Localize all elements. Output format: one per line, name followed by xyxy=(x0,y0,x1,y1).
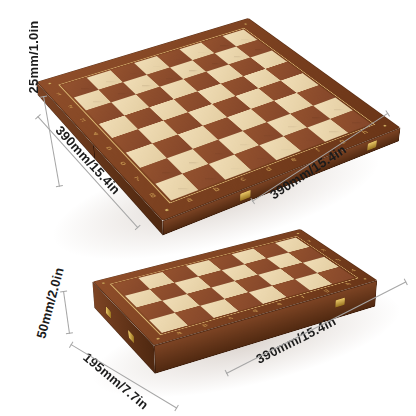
closed-rank-label-4: 4 xyxy=(346,267,361,274)
rank-label-1: 1 xyxy=(51,90,66,98)
product-photo-canvas: ♜♞♝♛♚♝♞♜♟♟♟♟♟♟♟♟♟♟♟♟♟♟♟♟♜♞♝♛♚♝♞♜12345678… xyxy=(0,0,416,416)
rank-label-4: 4 xyxy=(88,130,104,139)
dimension-label-closed-height: 50mm/2.0in xyxy=(33,266,66,340)
brass-stud-icon xyxy=(296,233,300,235)
piece-black-bishop: ♝ xyxy=(217,139,245,170)
piece-black-rook: ♜ xyxy=(165,161,190,189)
rank-label-3: 3 xyxy=(75,116,91,124)
piece-white-pawn: ♟ xyxy=(133,66,151,86)
piece-black-queen: ♛ xyxy=(241,125,272,160)
brass-stud-icon xyxy=(102,282,106,284)
piece-black-knight: ♞ xyxy=(317,104,342,132)
piece-white-pawn: ♟ xyxy=(157,59,175,79)
piece-black-rook: ♜ xyxy=(341,98,364,124)
piece-white-pawn: ♟ xyxy=(225,38,242,57)
rank-label-8: 8 xyxy=(144,191,162,202)
rank-label-5: 5 xyxy=(101,144,117,153)
brass-latch-icon xyxy=(367,141,377,151)
rank-label-6: 6 xyxy=(115,159,132,169)
brass-hinge-icon xyxy=(128,330,134,343)
brass-stud-icon xyxy=(156,338,160,340)
dimension-label-open-thickness: 25mm/1.0in xyxy=(26,21,41,94)
brass-latch-icon xyxy=(240,190,250,201)
rank-label-2: 2 xyxy=(63,103,78,111)
brass-stud-icon xyxy=(48,83,52,85)
piece-white-pawn: ♟ xyxy=(247,31,264,50)
piece-white-pawn: ♟ xyxy=(84,81,103,102)
rank-label-7: 7 xyxy=(129,174,146,184)
brass-stud-icon xyxy=(363,278,367,280)
piece-white-pawn: ♟ xyxy=(180,52,198,72)
brass-stud-icon xyxy=(383,125,387,127)
brass-latch-icon xyxy=(336,298,346,308)
piece-white-pawn: ♟ xyxy=(109,73,128,94)
dimension-line-closed-height xyxy=(63,291,70,334)
piece-black-knight: ♞ xyxy=(192,149,219,179)
piece-white-pawn: ♟ xyxy=(203,45,221,65)
brass-hinge-icon xyxy=(106,306,111,318)
brass-stud-icon xyxy=(165,209,170,212)
